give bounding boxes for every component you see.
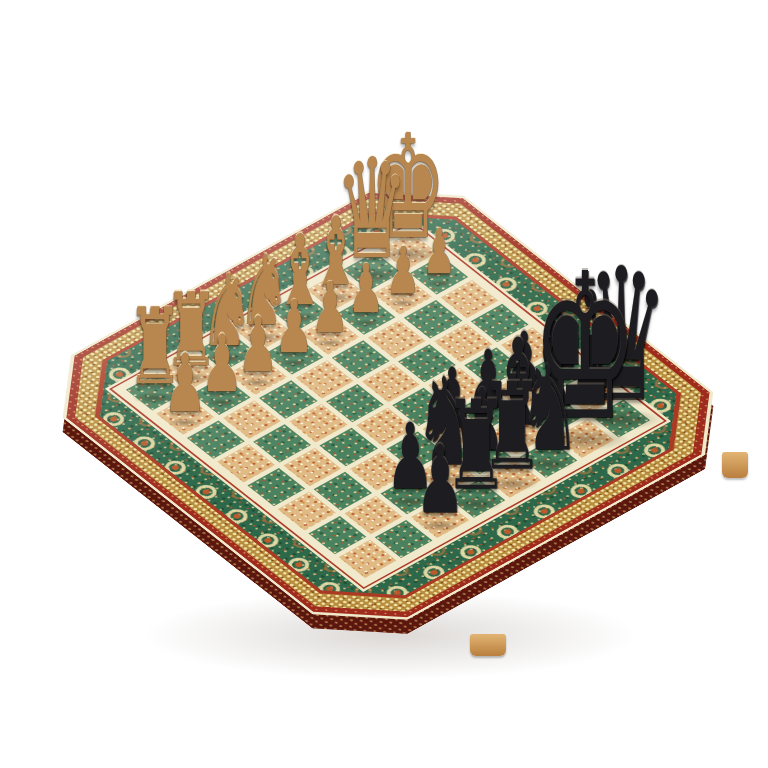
board-foot-right <box>722 452 748 478</box>
black-pawn[interactable]: ♟ <box>410 459 471 527</box>
white-pawn[interactable]: ♟ <box>419 238 459 283</box>
piece-glyph: ♟ <box>415 433 465 527</box>
piece-glyph: ♟ <box>422 221 455 283</box>
product-photo-scene: ♚♛♟♝♟♝♟♞♟♞♟♟♜♟♟♜♟♟♟♝♟♛♟♝♚♟♞♞♜♟♜♟ <box>0 0 768 768</box>
piece-glyph: ♟ <box>385 238 420 303</box>
white-pawn[interactable]: ♟ <box>159 365 211 423</box>
board-foot-front <box>470 634 506 656</box>
piece-glyph: ♟ <box>348 256 384 324</box>
piece-glyph: ♟ <box>164 343 207 423</box>
